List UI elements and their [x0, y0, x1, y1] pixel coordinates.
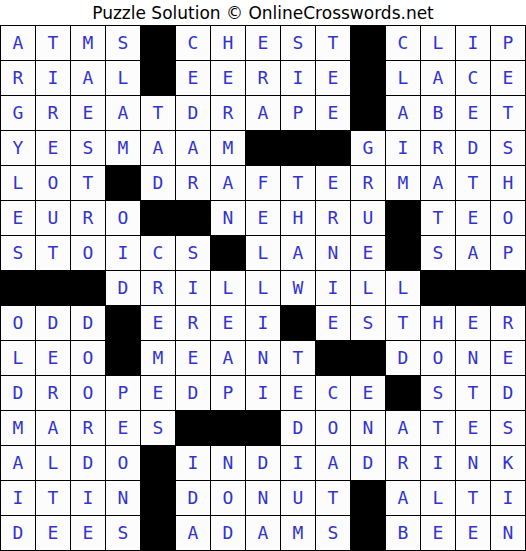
- letter-cell-r8c4: D: [106, 271, 140, 305]
- black-cell-r11c12: [386, 376, 420, 410]
- letter-cell-r9c12: T: [386, 306, 420, 340]
- letter-cell-r3c4: A: [106, 96, 140, 130]
- black-cell-r3c11: [351, 96, 385, 130]
- letter-cell-r11c4: P: [106, 376, 140, 410]
- black-cell-r12c7: [211, 411, 245, 445]
- letter-cell-r7c10: N: [316, 236, 350, 270]
- letter-cell-r11c6: D: [176, 376, 210, 410]
- black-cell-r6c6: [176, 201, 210, 235]
- letter-cell-r13c8: D: [246, 446, 280, 480]
- black-cell-r8c2: [36, 271, 70, 305]
- letter-cell-r7c14: A: [456, 236, 490, 270]
- letter-cell-r5c8: F: [246, 166, 280, 200]
- letter-cell-r15c8: A: [246, 516, 280, 550]
- letter-cell-r11c1: D: [1, 376, 35, 410]
- black-cell-r2c5: [141, 61, 175, 95]
- letter-cell-r13c9: I: [281, 446, 315, 480]
- letter-cell-r11c5: E: [141, 376, 175, 410]
- letter-cell-r1c8: E: [246, 26, 280, 60]
- letter-cell-r2c4: L: [106, 61, 140, 95]
- letter-cell-r4c7: M: [211, 131, 245, 165]
- letter-cell-r6c7: N: [211, 201, 245, 235]
- letter-cell-r15c14: E: [456, 516, 490, 550]
- letter-cell-r12c10: O: [316, 411, 350, 445]
- letter-cell-r9c11: S: [351, 306, 385, 340]
- letter-cell-r8c11: L: [351, 271, 385, 305]
- letter-cell-r12c15: S: [491, 411, 525, 445]
- letter-cell-r9c5: E: [141, 306, 175, 340]
- letter-cell-r15c7: D: [211, 516, 245, 550]
- letter-cell-r1c4: S: [106, 26, 140, 60]
- black-cell-r8c14: [456, 271, 490, 305]
- letter-cell-r7c15: P: [491, 236, 525, 270]
- letter-cell-r5c6: R: [176, 166, 210, 200]
- letter-cell-r5c3: T: [71, 166, 105, 200]
- letter-cell-r14c10: T: [316, 481, 350, 515]
- letter-cell-r13c1: A: [1, 446, 35, 480]
- letter-cell-r5c11: R: [351, 166, 385, 200]
- letter-cell-r2c2: I: [36, 61, 70, 95]
- letter-cell-r8c5: R: [141, 271, 175, 305]
- letter-cell-r13c14: N: [456, 446, 490, 480]
- black-cell-r4c9: [281, 131, 315, 165]
- letter-cell-r3c13: B: [421, 96, 455, 130]
- letter-cell-r14c14: T: [456, 481, 490, 515]
- letter-cell-r7c11: E: [351, 236, 385, 270]
- letter-cell-r3c8: A: [246, 96, 280, 130]
- black-cell-r4c8: [246, 131, 280, 165]
- letter-cell-r6c14: E: [456, 201, 490, 235]
- black-cell-r4c10: [316, 131, 350, 165]
- black-cell-r9c9: [281, 306, 315, 340]
- black-cell-r5c4: [106, 166, 140, 200]
- letter-cell-r1c15: P: [491, 26, 525, 60]
- letter-cell-r4c4: M: [106, 131, 140, 165]
- letter-cell-r1c10: T: [316, 26, 350, 60]
- black-cell-r15c5: [141, 516, 175, 550]
- letter-cell-r9c14: E: [456, 306, 490, 340]
- letter-cell-r11c9: E: [281, 376, 315, 410]
- letter-cell-r10c13: O: [421, 341, 455, 375]
- letter-cell-r6c15: O: [491, 201, 525, 235]
- letter-cell-r4c6: A: [176, 131, 210, 165]
- black-cell-r12c8: [246, 411, 280, 445]
- letter-cell-r8c9: W: [281, 271, 315, 305]
- black-cell-r7c7: [211, 236, 245, 270]
- letter-cell-r3c3: E: [71, 96, 105, 130]
- letter-cell-r9c15: R: [491, 306, 525, 340]
- letter-cell-r7c5: C: [141, 236, 175, 270]
- letter-cell-r10c3: O: [71, 341, 105, 375]
- letter-cell-r13c4: O: [106, 446, 140, 480]
- letter-cell-r1c2: T: [36, 26, 70, 60]
- letter-cell-r9c3: D: [71, 306, 105, 340]
- letter-cell-r14c4: N: [106, 481, 140, 515]
- black-cell-r2c11: [351, 61, 385, 95]
- letter-cell-r8c8: L: [246, 271, 280, 305]
- letter-cell-r14c1: I: [1, 481, 35, 515]
- letter-cell-r5c2: O: [36, 166, 70, 200]
- letter-cell-r6c1: E: [1, 201, 35, 235]
- letter-cell-r10c14: N: [456, 341, 490, 375]
- letter-cell-r7c3: O: [71, 236, 105, 270]
- letter-cell-r6c8: E: [246, 201, 280, 235]
- black-cell-r15c11: [351, 516, 385, 550]
- letter-cell-r1c14: I: [456, 26, 490, 60]
- letter-cell-r1c1: A: [1, 26, 35, 60]
- letter-cell-r2c3: A: [71, 61, 105, 95]
- letter-cell-r14c8: N: [246, 481, 280, 515]
- letter-cell-r13c13: I: [421, 446, 455, 480]
- letter-cell-r5c12: M: [386, 166, 420, 200]
- letter-cell-r12c12: A: [386, 411, 420, 445]
- letter-cell-r2c14: C: [456, 61, 490, 95]
- letter-cell-r10c5: M: [141, 341, 175, 375]
- letter-cell-r12c14: E: [456, 411, 490, 445]
- black-cell-r14c5: [141, 481, 175, 515]
- letter-cell-r15c2: E: [36, 516, 70, 550]
- letter-cell-r1c3: M: [71, 26, 105, 60]
- letter-cell-r8c10: I: [316, 271, 350, 305]
- letter-cell-r9c7: E: [211, 306, 245, 340]
- letter-cell-r15c4: S: [106, 516, 140, 550]
- letter-cell-r1c6: C: [176, 26, 210, 60]
- letter-cell-r1c7: H: [211, 26, 245, 60]
- letter-cell-r13c10: A: [316, 446, 350, 480]
- letter-cell-r4c15: S: [491, 131, 525, 165]
- letter-cell-r9c13: H: [421, 306, 455, 340]
- black-cell-r1c11: [351, 26, 385, 60]
- letter-cell-r9c8: I: [246, 306, 280, 340]
- black-cell-r12c6: [176, 411, 210, 445]
- letter-cell-r14c6: D: [176, 481, 210, 515]
- letter-cell-r3c2: R: [36, 96, 70, 130]
- letter-cell-r15c3: E: [71, 516, 105, 550]
- letter-cell-r5c14: T: [456, 166, 490, 200]
- letter-cell-r5c15: H: [491, 166, 525, 200]
- letter-cell-r3c10: E: [316, 96, 350, 130]
- letter-cell-r4c12: I: [386, 131, 420, 165]
- letter-cell-r12c3: R: [71, 411, 105, 445]
- letter-cell-r2c6: E: [176, 61, 210, 95]
- letter-cell-r5c9: T: [281, 166, 315, 200]
- letter-cell-r11c2: R: [36, 376, 70, 410]
- letter-cell-r14c7: O: [211, 481, 245, 515]
- letter-cell-r11c8: I: [246, 376, 280, 410]
- letter-cell-r11c10: C: [316, 376, 350, 410]
- letter-cell-r4c5: A: [141, 131, 175, 165]
- letter-cell-r14c15: I: [491, 481, 525, 515]
- letter-cell-r12c13: T: [421, 411, 455, 445]
- letter-cell-r7c6: S: [176, 236, 210, 270]
- letter-cell-r9c1: O: [1, 306, 35, 340]
- letter-cell-r15c10: S: [316, 516, 350, 550]
- letter-cell-r10c6: E: [176, 341, 210, 375]
- page-title: Puzzle Solution © OnlineCrosswords.net: [0, 0, 526, 25]
- letter-cell-r6c13: T: [421, 201, 455, 235]
- letter-cell-r4c11: G: [351, 131, 385, 165]
- letter-cell-r2c13: A: [421, 61, 455, 95]
- letter-cell-r13c2: L: [36, 446, 70, 480]
- letter-cell-r6c3: R: [71, 201, 105, 235]
- letter-cell-r8c7: L: [211, 271, 245, 305]
- letter-cell-r11c11: E: [351, 376, 385, 410]
- letter-cell-r5c7: A: [211, 166, 245, 200]
- letter-cell-r10c15: E: [491, 341, 525, 375]
- black-cell-r8c1: [1, 271, 35, 305]
- letter-cell-r2c8: R: [246, 61, 280, 95]
- letter-cell-r14c13: L: [421, 481, 455, 515]
- letter-cell-r13c12: R: [386, 446, 420, 480]
- letter-cell-r5c5: D: [141, 166, 175, 200]
- letter-cell-r2c9: I: [281, 61, 315, 95]
- letter-cell-r7c2: T: [36, 236, 70, 270]
- letter-cell-r7c9: A: [281, 236, 315, 270]
- black-cell-r10c10: [316, 341, 350, 375]
- black-cell-r8c15: [491, 271, 525, 305]
- letter-cell-r1c12: C: [386, 26, 420, 60]
- letter-cell-r15c1: D: [1, 516, 35, 550]
- letter-cell-r5c10: E: [316, 166, 350, 200]
- black-cell-r6c12: [386, 201, 420, 235]
- letter-cell-r15c15: N: [491, 516, 525, 550]
- letter-cell-r10c12: D: [386, 341, 420, 375]
- letter-cell-r7c13: S: [421, 236, 455, 270]
- letter-cell-r8c6: I: [176, 271, 210, 305]
- letter-cell-r11c7: P: [211, 376, 245, 410]
- letter-cell-r3c6: D: [176, 96, 210, 130]
- letter-cell-r3c1: G: [1, 96, 35, 130]
- letter-cell-r6c11: U: [351, 201, 385, 235]
- black-cell-r8c3: [71, 271, 105, 305]
- letter-cell-r2c10: E: [316, 61, 350, 95]
- letter-cell-r13c3: D: [71, 446, 105, 480]
- letter-cell-r15c6: A: [176, 516, 210, 550]
- letter-cell-r10c9: T: [281, 341, 315, 375]
- letter-cell-r14c12: A: [386, 481, 420, 515]
- letter-cell-r12c1: M: [1, 411, 35, 445]
- letter-cell-r10c1: L: [1, 341, 35, 375]
- letter-cell-r1c13: L: [421, 26, 455, 60]
- black-cell-r7c12: [386, 236, 420, 270]
- letter-cell-r15c12: B: [386, 516, 420, 550]
- letter-cell-r9c2: D: [36, 306, 70, 340]
- letter-cell-r5c13: A: [421, 166, 455, 200]
- letter-cell-r7c8: L: [246, 236, 280, 270]
- letter-cell-r6c2: U: [36, 201, 70, 235]
- black-cell-r9c4: [106, 306, 140, 340]
- letter-cell-r3c14: E: [456, 96, 490, 130]
- black-cell-r13c5: [141, 446, 175, 480]
- letter-cell-r15c9: M: [281, 516, 315, 550]
- black-cell-r10c11: [351, 341, 385, 375]
- letter-cell-r14c3: I: [71, 481, 105, 515]
- letter-cell-r3c7: R: [211, 96, 245, 130]
- letter-cell-r3c9: P: [281, 96, 315, 130]
- letter-cell-r11c3: O: [71, 376, 105, 410]
- letter-cell-r10c2: E: [36, 341, 70, 375]
- letter-cell-r2c12: L: [386, 61, 420, 95]
- letter-cell-r12c4: E: [106, 411, 140, 445]
- black-cell-r10c4: [106, 341, 140, 375]
- letter-cell-r3c12: A: [386, 96, 420, 130]
- letter-cell-r3c5: T: [141, 96, 175, 130]
- black-cell-r6c5: [141, 201, 175, 235]
- letter-cell-r2c7: E: [211, 61, 245, 95]
- letter-cell-r13c6: I: [176, 446, 210, 480]
- letter-cell-r6c4: O: [106, 201, 140, 235]
- letter-cell-r1c9: S: [281, 26, 315, 60]
- letter-cell-r12c11: N: [351, 411, 385, 445]
- letter-cell-r10c7: A: [211, 341, 245, 375]
- letter-cell-r4c2: E: [36, 131, 70, 165]
- letter-cell-r7c4: I: [106, 236, 140, 270]
- letter-cell-r14c2: T: [36, 481, 70, 515]
- letter-cell-r12c5: S: [141, 411, 175, 445]
- letter-cell-r2c15: E: [491, 61, 525, 95]
- letter-cell-r7c1: S: [1, 236, 35, 270]
- letter-cell-r5c1: L: [1, 166, 35, 200]
- letter-cell-r13c11: D: [351, 446, 385, 480]
- letter-cell-r9c6: R: [176, 306, 210, 340]
- letter-cell-r12c2: A: [36, 411, 70, 445]
- letter-cell-r6c9: H: [281, 201, 315, 235]
- letter-cell-r8c12: L: [386, 271, 420, 305]
- letter-cell-r2c1: R: [1, 61, 35, 95]
- letter-cell-r10c8: N: [246, 341, 280, 375]
- letter-cell-r15c13: E: [421, 516, 455, 550]
- letter-cell-r9c10: E: [316, 306, 350, 340]
- black-cell-r8c13: [421, 271, 455, 305]
- letter-cell-r13c15: K: [491, 446, 525, 480]
- letter-cell-r4c1: Y: [1, 131, 35, 165]
- letter-cell-r12c9: D: [281, 411, 315, 445]
- letter-cell-r4c3: S: [71, 131, 105, 165]
- letter-cell-r4c13: R: [421, 131, 455, 165]
- black-cell-r1c5: [141, 26, 175, 60]
- letter-cell-r6c10: R: [316, 201, 350, 235]
- letter-cell-r4c14: D: [456, 131, 490, 165]
- letter-cell-r11c14: T: [456, 376, 490, 410]
- crossword-grid: ATMSCHESTCLIPRIALEERIELACEGREATDRAPEABET…: [0, 25, 526, 551]
- letter-cell-r11c15: D: [491, 376, 525, 410]
- letter-cell-r13c7: N: [211, 446, 245, 480]
- letter-cell-r3c15: T: [491, 96, 525, 130]
- letter-cell-r14c9: U: [281, 481, 315, 515]
- letter-cell-r11c13: S: [421, 376, 455, 410]
- black-cell-r14c11: [351, 481, 385, 515]
